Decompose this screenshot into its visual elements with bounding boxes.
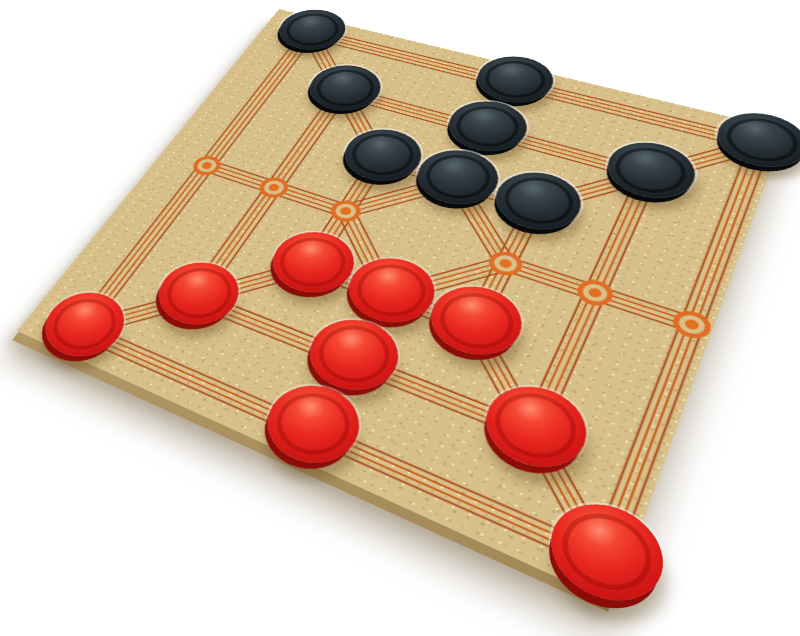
point-marker-a4[interactable]	[191, 155, 222, 176]
scene: Nine Men's Morris (Navakankari) wooden b…	[0, 0, 800, 636]
point-marker-g4[interactable]	[673, 309, 712, 340]
point-marker-e4[interactable]	[488, 250, 524, 277]
point-marker-b4[interactable]	[258, 176, 290, 198]
point-marker-c4[interactable]	[329, 199, 362, 223]
point-marker-f4[interactable]	[576, 279, 613, 308]
